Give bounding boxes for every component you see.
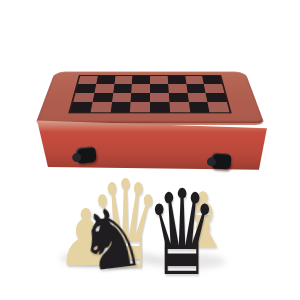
square-light (187, 93, 207, 102)
square-dark (188, 102, 209, 112)
chess-box-lid (35, 71, 265, 125)
square-light (150, 93, 169, 102)
square-light (204, 84, 224, 93)
square-light (130, 102, 150, 112)
square-light (112, 93, 132, 102)
square-dark (167, 76, 186, 84)
square-light (150, 76, 168, 84)
square-light (90, 102, 111, 112)
square-dark (186, 84, 206, 93)
square-light (168, 84, 187, 93)
square-light (131, 84, 150, 93)
square-dark (206, 93, 227, 102)
board-frame (68, 75, 232, 113)
square-dark (113, 84, 132, 93)
square-light (185, 76, 204, 84)
square-dark (110, 102, 131, 112)
square-light (94, 84, 114, 93)
piece-dark-queen: ♛ (142, 174, 222, 292)
square-dark (150, 84, 169, 93)
square-dark (131, 93, 150, 102)
checkerboard (70, 76, 229, 113)
square-dark (92, 93, 112, 102)
square-dark (150, 102, 170, 112)
square-light (169, 102, 190, 112)
square-dark (202, 76, 222, 84)
product-photo: ♛ ♟ ♞ ♝ ♛ (0, 0, 300, 300)
piece-dark-knight: ♞ (69, 195, 154, 286)
square-light (114, 76, 133, 84)
square-dark (132, 76, 150, 84)
square-light (78, 76, 98, 84)
square-light (73, 93, 94, 102)
square-dark (76, 84, 96, 93)
square-dark (70, 102, 92, 112)
square-dark (169, 93, 189, 102)
square-light (208, 102, 230, 112)
square-dark (96, 76, 115, 84)
